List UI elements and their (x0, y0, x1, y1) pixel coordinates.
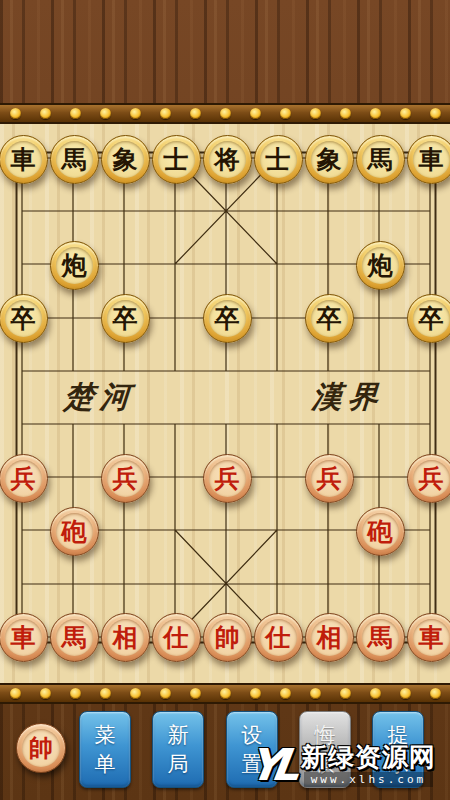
stud-rivet-icon (430, 108, 441, 119)
piece-black[interactable]: 車 (0, 135, 48, 184)
piece-black[interactable]: 象 (305, 135, 354, 184)
bottom-stud-border (0, 683, 450, 704)
piece-black[interactable]: 馬 (50, 135, 99, 184)
piece-black[interactable]: 卒 (305, 294, 354, 343)
piece-red[interactable]: 帥 (203, 613, 252, 662)
piece-red[interactable]: 兵 (101, 454, 150, 503)
piece-character: 卒 (5, 300, 42, 337)
stud-rivet-icon (100, 108, 111, 119)
button-label-char: 菜 (95, 721, 116, 749)
piece-character: 相 (311, 619, 348, 656)
button-menu[interactable]: 菜单 (79, 711, 131, 788)
piece-character: 象 (311, 141, 348, 178)
piece-black[interactable]: 士 (152, 135, 201, 184)
stud-rivet-icon (280, 688, 291, 699)
stud-rivet-icon (340, 688, 351, 699)
stud-rivet-icon (40, 688, 51, 699)
piece-character: 砲 (56, 513, 93, 550)
stud-rivet-icon (100, 688, 111, 699)
piece-black[interactable]: 馬 (356, 135, 405, 184)
piece-red[interactable]: 馬 (356, 613, 405, 662)
piece-character: 将 (209, 141, 246, 178)
piece-black[interactable]: 車 (407, 135, 450, 184)
stud-rivet-icon (130, 688, 141, 699)
piece-red[interactable]: 兵 (305, 454, 354, 503)
piece-character: 馬 (56, 619, 93, 656)
piece-red[interactable]: 相 (101, 613, 150, 662)
piece-character: 卒 (209, 300, 246, 337)
stud-rivet-icon (370, 108, 381, 119)
turn-indicator-piece: 帥 (16, 723, 66, 773)
top-stud-border (0, 103, 450, 124)
piece-red[interactable]: 兵 (203, 454, 252, 503)
piece-character: 車 (5, 141, 42, 178)
piece-character: 馬 (362, 141, 399, 178)
button-label-char: 局 (168, 750, 189, 778)
piece-character: 兵 (311, 460, 348, 497)
piece-red[interactable]: 砲 (356, 507, 405, 556)
piece-black[interactable]: 卒 (101, 294, 150, 343)
stud-rivet-icon (250, 108, 261, 119)
piece-red[interactable]: 兵 (0, 454, 48, 503)
stud-rivet-icon (310, 108, 321, 119)
piece-character: 仕 (260, 619, 297, 656)
piece-character: 車 (413, 141, 450, 178)
stud-rivet-icon (190, 108, 201, 119)
piece-red[interactable]: 兵 (407, 454, 450, 503)
piece-character: 仕 (158, 619, 195, 656)
piece-black[interactable]: 士 (254, 135, 303, 184)
watermark-url: www.xlhs.com (304, 772, 433, 787)
piece-red[interactable]: 相 (305, 613, 354, 662)
river-label-left: 楚河 (54, 378, 147, 416)
piece-red[interactable]: 車 (0, 613, 48, 662)
stud-rivet-icon (310, 688, 321, 699)
stud-rivet-icon (10, 108, 21, 119)
stud-rivet-icon (400, 688, 411, 699)
stud-rivet-icon (70, 108, 81, 119)
piece-character: 炮 (362, 247, 399, 284)
piece-character: 相 (107, 619, 144, 656)
piece-character: 兵 (107, 460, 144, 497)
stud-rivet-icon (130, 108, 141, 119)
piece-character: 帥 (209, 619, 246, 656)
piece-black[interactable]: 炮 (356, 241, 405, 290)
button-label-char: 新 (168, 721, 189, 749)
stud-rivet-icon (430, 688, 441, 699)
stud-rivet-icon (190, 688, 201, 699)
piece-character: 車 (413, 619, 450, 656)
stud-rivet-icon (160, 108, 171, 119)
stud-rivet-icon (160, 688, 171, 699)
button-new-game[interactable]: 新局 (152, 711, 204, 788)
button-label-char: 单 (95, 750, 116, 778)
piece-black[interactable]: 卒 (0, 294, 48, 343)
piece-red[interactable]: 馬 (50, 613, 99, 662)
stud-rivet-icon (70, 688, 81, 699)
stud-rivet-icon (40, 108, 51, 119)
piece-black[interactable]: 将 (203, 135, 252, 184)
stud-rivet-icon (400, 108, 411, 119)
piece-character: 象 (107, 141, 144, 178)
stud-rivet-icon (280, 108, 291, 119)
board[interactable]: 楚河 漢界 車馬象士将士象馬車炮炮卒卒卒卒卒兵兵兵兵兵砲砲車馬相仕帥仕相馬車 (0, 124, 450, 683)
stud-rivet-icon (10, 688, 21, 699)
piece-character: 兵 (5, 460, 42, 497)
xiangqi-app: 楚河 漢界 車馬象士将士象馬車炮炮卒卒卒卒卒兵兵兵兵兵砲砲車馬相仕帥仕相馬車 帥… (0, 0, 450, 800)
stud-rivet-icon (370, 688, 381, 699)
piece-character: 卒 (413, 300, 450, 337)
piece-character: 炮 (56, 247, 93, 284)
stud-rivet-icon (250, 688, 261, 699)
piece-red[interactable]: 仕 (254, 613, 303, 662)
piece-character: 卒 (107, 300, 144, 337)
piece-character: 卒 (311, 300, 348, 337)
piece-character: 士 (158, 141, 195, 178)
piece-red[interactable]: 砲 (50, 507, 99, 556)
piece-character: 兵 (413, 460, 450, 497)
watermark-title: 新绿资源网 (301, 743, 436, 771)
watermark: YL 新绿资源网 www.xlhs.com (249, 741, 450, 789)
stud-rivet-icon (220, 108, 231, 119)
piece-character: 兵 (209, 460, 246, 497)
piece-character: 車 (5, 619, 42, 656)
piece-red[interactable]: 仕 (152, 613, 201, 662)
piece-character: 砲 (362, 513, 399, 550)
piece-character: 馬 (362, 619, 399, 656)
turn-indicator-char: 帥 (22, 729, 60, 767)
watermark-logo: YL (246, 741, 295, 789)
piece-black[interactable]: 卒 (203, 294, 252, 343)
piece-character: 士 (260, 141, 297, 178)
stud-rivet-icon (220, 688, 231, 699)
piece-black[interactable]: 炮 (50, 241, 99, 290)
piece-character: 馬 (56, 141, 93, 178)
river-label-right: 漢界 (302, 378, 395, 416)
stud-rivet-icon (340, 108, 351, 119)
piece-black[interactable]: 象 (101, 135, 150, 184)
